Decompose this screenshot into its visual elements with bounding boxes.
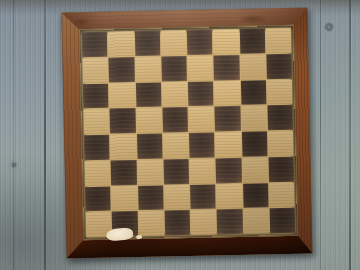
square-e1[interactable] [191, 210, 217, 235]
square-d5[interactable] [162, 107, 188, 132]
square-a4[interactable] [84, 135, 110, 160]
square-c1[interactable] [138, 211, 164, 236]
checkerboard[interactable] [61, 7, 312, 258]
square-g5[interactable] [241, 106, 267, 131]
square-h3[interactable] [268, 157, 294, 182]
square-f1[interactable] [217, 209, 243, 234]
square-f8[interactable] [213, 29, 239, 54]
square-e4[interactable] [189, 132, 215, 157]
square-g8[interactable] [239, 28, 265, 53]
square-f5[interactable] [215, 106, 241, 131]
square-b6[interactable] [109, 83, 135, 108]
square-e8[interactable] [187, 29, 213, 54]
square-f2[interactable] [216, 183, 242, 208]
square-h4[interactable] [268, 131, 294, 156]
square-c3[interactable] [137, 159, 163, 184]
square-c7[interactable] [135, 56, 161, 81]
square-c6[interactable] [135, 82, 161, 107]
square-c2[interactable] [138, 185, 164, 210]
paint-chip [106, 227, 134, 241]
square-g7[interactable] [240, 54, 266, 79]
square-e2[interactable] [190, 184, 216, 209]
plank-seam [13, 0, 14, 270]
square-c4[interactable] [137, 134, 163, 159]
square-b4[interactable] [110, 134, 136, 159]
square-d2[interactable] [164, 184, 190, 209]
square-f6[interactable] [214, 80, 240, 105]
square-a6[interactable] [83, 83, 109, 108]
square-h2[interactable] [269, 182, 295, 207]
square-h5[interactable] [267, 105, 293, 130]
square-d7[interactable] [161, 56, 187, 81]
square-c8[interactable] [134, 31, 160, 56]
square-a5[interactable] [83, 109, 109, 134]
plank-crack [349, 0, 351, 270]
square-h8[interactable] [266, 28, 292, 53]
square-g2[interactable] [243, 183, 269, 208]
square-a3[interactable] [85, 160, 111, 185]
square-e7[interactable] [187, 55, 213, 80]
square-e6[interactable] [188, 81, 214, 106]
square-f3[interactable] [216, 158, 242, 183]
square-d1[interactable] [164, 210, 190, 235]
square-a8[interactable] [82, 32, 108, 57]
square-g1[interactable] [243, 209, 269, 234]
square-f7[interactable] [214, 55, 240, 80]
square-b8[interactable] [108, 31, 134, 56]
square-h1[interactable] [269, 208, 295, 233]
square-b7[interactable] [109, 57, 135, 82]
square-b2[interactable] [111, 186, 137, 211]
square-a7[interactable] [82, 57, 108, 82]
square-a2[interactable] [85, 186, 111, 211]
square-d8[interactable] [161, 30, 187, 55]
square-h6[interactable] [267, 79, 293, 104]
square-g3[interactable] [242, 157, 268, 182]
square-e3[interactable] [190, 158, 216, 183]
square-b5[interactable] [110, 108, 136, 133]
square-g4[interactable] [241, 131, 267, 156]
square-c5[interactable] [136, 108, 162, 133]
square-h7[interactable] [266, 54, 292, 79]
board-grid [79, 25, 298, 240]
plank-seam [320, 0, 321, 270]
square-f4[interactable] [215, 132, 241, 157]
square-b3[interactable] [111, 160, 137, 185]
square-d3[interactable] [163, 159, 189, 184]
square-e5[interactable] [188, 107, 214, 132]
table-surface [0, 0, 360, 270]
square-d6[interactable] [162, 81, 188, 106]
square-g6[interactable] [240, 80, 266, 105]
plank-crack [44, 0, 46, 270]
square-d4[interactable] [163, 133, 189, 158]
